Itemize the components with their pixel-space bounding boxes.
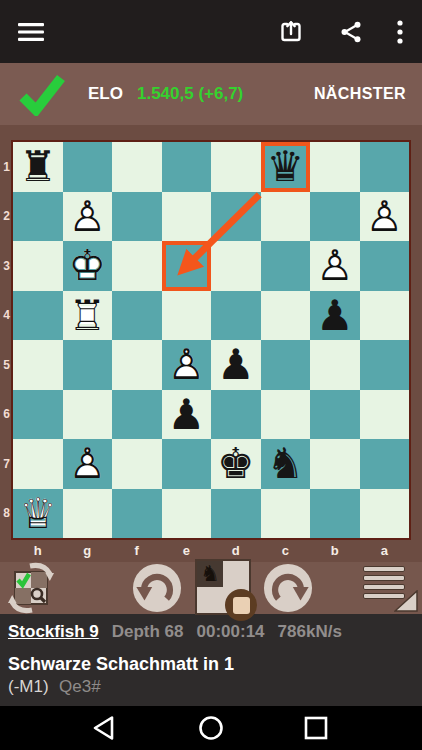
piece-black-queen: ♛ xyxy=(261,142,311,192)
square-c4[interactable] xyxy=(261,291,311,341)
square-d5[interactable]: ♟ xyxy=(211,340,261,390)
mini-light-square xyxy=(223,561,249,587)
square-h6[interactable] xyxy=(13,390,63,440)
engine-time: 00:00:14 xyxy=(197,622,265,642)
solution-move: Qe3# xyxy=(59,677,101,696)
rank-label-5: 5 xyxy=(0,340,13,390)
rank-label-1: 1 xyxy=(0,142,13,192)
piece-white-pawn: ♙ xyxy=(162,340,212,390)
square-c2[interactable] xyxy=(261,192,311,242)
solution-line: (-M1) Qe3# xyxy=(8,676,414,698)
rank-labels: 12345678 xyxy=(0,142,13,538)
board-frame: 12345678 ♜♛♟♙♟♙♚♔♟♙♜♖♟♟♙♟♟♟♙♚♞♛♕ hgfedcb… xyxy=(0,125,422,562)
piece-white-queen: ♕ xyxy=(13,489,63,539)
piece-white-pawn-fill: ♟ xyxy=(162,340,212,390)
square-g1[interactable] xyxy=(63,142,113,192)
square-c3[interactable] xyxy=(261,241,311,291)
solution-title: Schwarze Schachmatt in 1 xyxy=(8,652,414,676)
square-a1[interactable] xyxy=(360,142,410,192)
square-c5[interactable] xyxy=(261,340,311,390)
square-d3[interactable] xyxy=(211,241,261,291)
square-e4[interactable] xyxy=(162,291,212,341)
file-label-f: f xyxy=(112,538,162,562)
piece-white-pawn-fill: ♟ xyxy=(63,439,113,489)
square-b6[interactable] xyxy=(310,390,360,440)
toolbar: ♞ xyxy=(0,562,422,614)
square-e6[interactable]: ♟ xyxy=(162,390,212,440)
piece-white-pawn-fill: ♟ xyxy=(63,192,113,242)
file-label-e: e xyxy=(162,538,212,562)
share-icon xyxy=(338,19,364,45)
square-h3[interactable] xyxy=(13,241,63,291)
resize-triangle-icon[interactable] xyxy=(394,590,418,612)
square-g5[interactable] xyxy=(63,340,113,390)
square-b1[interactable] xyxy=(310,142,360,192)
rank-label-7: 7 xyxy=(0,439,13,489)
undo-button[interactable] xyxy=(132,563,182,613)
rank-label-2: 2 xyxy=(0,192,13,242)
square-d7[interactable]: ♚ xyxy=(211,439,261,489)
square-a2[interactable]: ♟♙ xyxy=(360,192,410,242)
app-screen: ELO 1.540,5 (+6,7) NÄCHSTER 12345678 ♜♛♟… xyxy=(0,0,422,750)
analysis-board-button[interactable] xyxy=(8,562,54,618)
piece-black-knight: ♞ xyxy=(261,439,311,489)
square-a8[interactable] xyxy=(360,489,410,539)
square-c6[interactable] xyxy=(261,390,311,440)
export-icon xyxy=(278,19,304,45)
piece-black-pawn: ♟ xyxy=(310,291,360,341)
redo-icon xyxy=(263,563,313,613)
share-button[interactable] xyxy=(336,17,366,47)
square-a5[interactable] xyxy=(360,340,410,390)
square-a4[interactable] xyxy=(360,291,410,341)
square-g8[interactable] xyxy=(63,489,113,539)
piece-white-pawn-fill: ♟ xyxy=(310,241,360,291)
solved-check-icon xyxy=(18,72,66,116)
square-h2[interactable] xyxy=(13,192,63,242)
engine-speed: 786kN/s xyxy=(278,622,342,642)
square-f4[interactable] xyxy=(112,291,162,341)
square-b7[interactable] xyxy=(310,439,360,489)
square-f3[interactable] xyxy=(112,241,162,291)
solution-panel: Schwarze Schachmatt in 1 (-M1) Qe3# xyxy=(0,650,422,706)
piece-black-king: ♚ xyxy=(211,439,261,489)
file-labels: hgfedcba xyxy=(13,538,409,562)
line-bar xyxy=(363,575,405,581)
square-e2[interactable] xyxy=(162,192,212,242)
square-f7[interactable] xyxy=(112,439,162,489)
file-label-b: b xyxy=(310,538,360,562)
square-g7[interactable]: ♟♙ xyxy=(63,439,113,489)
rank-label-3: 3 xyxy=(0,241,13,291)
board-editor-button[interactable]: ♞ xyxy=(197,561,249,613)
redo-button[interactable] xyxy=(263,563,313,613)
engine-bar: Stockfish 9 Depth 68 00:00:14 786kN/s xyxy=(0,614,422,650)
square-h7[interactable] xyxy=(13,439,63,489)
square-e1[interactable] xyxy=(162,142,212,192)
square-h5[interactable] xyxy=(13,340,63,390)
piece-white-king: ♔ xyxy=(63,241,113,291)
file-label-g: g xyxy=(63,538,113,562)
piece-white-pawn: ♙ xyxy=(63,439,113,489)
board-editor-icon: ♞ xyxy=(197,561,249,613)
line-bar xyxy=(363,566,405,572)
square-h1[interactable]: ♜ xyxy=(13,142,63,192)
square-d1[interactable] xyxy=(211,142,261,192)
file-label-c: c xyxy=(261,538,311,562)
three-dots-icon xyxy=(396,19,404,45)
piece-white-rook-fill: ♜ xyxy=(63,291,113,341)
square-c1[interactable]: ♛ xyxy=(261,142,311,192)
square-f2[interactable] xyxy=(112,192,162,242)
menu-button[interactable] xyxy=(16,17,46,47)
square-b8[interactable] xyxy=(310,489,360,539)
piece-white-queen-fill: ♛ xyxy=(13,489,63,539)
rank-label-8: 8 xyxy=(0,489,13,539)
file-label-d: d xyxy=(211,538,261,562)
square-e5[interactable]: ♟♙ xyxy=(162,340,212,390)
file-label-h: h xyxy=(13,538,63,562)
undo-icon xyxy=(132,563,182,613)
piece-black-pawn: ♟ xyxy=(162,390,212,440)
nav-home-button[interactable] xyxy=(197,714,225,742)
piece-white-rook: ♖ xyxy=(63,291,113,341)
square-b2[interactable] xyxy=(310,192,360,242)
square-f6[interactable] xyxy=(112,390,162,440)
nav-back-button[interactable] xyxy=(91,714,119,742)
solution-evaluation: (-M1) xyxy=(8,677,49,696)
square-e3[interactable] xyxy=(162,241,212,291)
square-g3[interactable]: ♚♔ xyxy=(63,241,113,291)
square-d2[interactable] xyxy=(211,192,261,242)
piece-black-rook: ♜ xyxy=(13,142,63,192)
piece-black-pawn: ♟ xyxy=(211,340,261,390)
square-h8[interactable]: ♛♕ xyxy=(13,489,63,539)
overflow-menu-button[interactable] xyxy=(392,17,408,47)
square-h4[interactable] xyxy=(13,291,63,341)
square-f8[interactable] xyxy=(112,489,162,539)
board: ♜♛♟♙♟♙♚♔♟♙♜♖♟♟♙♟♟♟♙♚♞♛♕ xyxy=(13,142,409,538)
analysis-board-icon xyxy=(8,562,54,614)
rank-label-4: 4 xyxy=(0,291,13,341)
elo-value: 1.540,5 (+6,7) xyxy=(137,84,243,104)
square-d8[interactable] xyxy=(211,489,261,539)
rank-label-6: 6 xyxy=(0,390,13,440)
square-c8[interactable] xyxy=(261,489,311,539)
square-g2[interactable]: ♟♙ xyxy=(63,192,113,242)
engine-depth: Depth 68 xyxy=(112,622,184,642)
square-b4[interactable]: ♟ xyxy=(310,291,360,341)
square-e7[interactable] xyxy=(162,439,212,489)
square-e8[interactable] xyxy=(162,489,212,539)
top-app-bar xyxy=(0,0,422,63)
square-a6[interactable] xyxy=(360,390,410,440)
nav-recents-button[interactable] xyxy=(302,714,330,742)
square-d4[interactable] xyxy=(211,291,261,341)
square-b5[interactable] xyxy=(310,340,360,390)
square-g4[interactable]: ♜♖ xyxy=(63,291,113,341)
export-button[interactable] xyxy=(276,17,306,47)
square-g6[interactable] xyxy=(63,390,113,440)
piece-white-king-fill: ♚ xyxy=(63,241,113,291)
mini-knight-square: ♞ xyxy=(197,561,223,587)
knight-glyph: ♞ xyxy=(200,561,220,587)
mini-light-square xyxy=(197,587,223,613)
square-f5[interactable] xyxy=(112,340,162,390)
android-nav-bar xyxy=(0,706,422,750)
piece-white-pawn: ♙ xyxy=(63,192,113,242)
square-a3[interactable] xyxy=(360,241,410,291)
square-b3[interactable]: ♟♙ xyxy=(310,241,360,291)
square-f1[interactable] xyxy=(112,142,162,192)
next-puzzle-button[interactable]: NÄCHSTER xyxy=(314,85,406,103)
square-c7[interactable]: ♞ xyxy=(261,439,311,489)
piece-white-pawn-fill: ♟ xyxy=(360,192,410,242)
square-d6[interactable] xyxy=(211,390,261,440)
file-label-a: a xyxy=(360,538,410,562)
piece-white-pawn: ♙ xyxy=(360,192,410,242)
square-a7[interactable] xyxy=(360,439,410,489)
elo-label: ELO xyxy=(88,84,123,104)
editor-dot-icon xyxy=(225,589,257,621)
piece-white-pawn: ♙ xyxy=(310,241,360,291)
result-bar: ELO 1.540,5 (+6,7) NÄCHSTER xyxy=(0,63,422,125)
hamburger-icon xyxy=(18,20,44,44)
engine-name[interactable]: Stockfish 9 xyxy=(8,622,99,642)
